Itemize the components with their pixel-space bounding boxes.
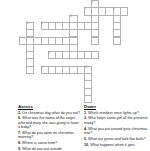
cell-number: 4: [70, 15, 71, 18]
down-clue-list: 1. Which reindeer nose lights up?3. Who …: [84, 111, 148, 147]
clue-text: What was the name of the angel who told …: [18, 116, 79, 129]
clue-text: What do you open on christmas morning?: [18, 131, 74, 139]
grid-cell[interactable]: [91, 37, 99, 45]
down-header: Down: [84, 104, 148, 109]
clue-item: 3. Who helps santa get all the presents …: [84, 116, 148, 125]
cell-number: 3: [113, 8, 114, 11]
clue-item: 2. On christmas day what do you eat?: [18, 111, 81, 115]
grid-cell[interactable]: [120, 7, 128, 15]
clue-item: 5. What are green and look like balls?: [84, 137, 148, 141]
grid-cell[interactable]: [113, 37, 121, 45]
cell-number: 1: [92, 1, 93, 4]
down-clues-section: Down 1. Which reindeer nose lights up?3.…: [84, 104, 148, 149]
clue-item: 8. Where is santa from?: [18, 141, 81, 145]
clue-text: What you put around your christmas tree?: [84, 127, 147, 135]
cell-number: 8: [48, 52, 49, 55]
cell-number: 6: [41, 22, 42, 25]
clue-text: Which reindeer nose lights up?: [88, 111, 139, 115]
clue-text: What happens when it gets: [90, 143, 134, 147]
clue-text: What do you put outside: [22, 147, 62, 150]
crossword-page: 12345678910 Across 2. On christmas day w…: [0, 0, 150, 150]
clue-item: 1. Which reindeer nose lights up?: [84, 111, 148, 115]
crossword-grid: 12345678910: [0, 0, 150, 103]
clue-item: 9. What do you put outside: [18, 147, 81, 150]
clue-item: 6. What was the name of the angel who to…: [18, 116, 81, 129]
clue-text: On christmas day what do you eat?: [22, 111, 80, 115]
cell-number: 5: [27, 22, 28, 25]
grid-cell[interactable]: [84, 95, 92, 103]
clue-item: 4. What you put around your christmas tr…: [84, 127, 148, 136]
across-header: Across: [18, 104, 81, 109]
cell-number: 9: [41, 66, 42, 69]
cell-number: 7: [20, 37, 21, 40]
across-clue-list: 2. On christmas day what do you eat?6. W…: [18, 111, 81, 151]
clue-text: Who helps santa get all the presents rea…: [84, 116, 148, 124]
across-clues-section: Across 2. On christmas day what do you e…: [18, 104, 81, 150]
grid-cell[interactable]: [26, 66, 34, 74]
grid-cell[interactable]: [91, 51, 99, 59]
clue-text: Where is santa from?: [22, 141, 57, 145]
cell-number: 10: [84, 66, 87, 69]
clue-text: What are green and look like balls?: [88, 137, 146, 141]
clue-item: 10. What happens when it gets: [84, 143, 148, 147]
clue-item: 7. What do you open on christmas morning…: [18, 131, 81, 140]
cell-number: 2: [84, 8, 85, 11]
